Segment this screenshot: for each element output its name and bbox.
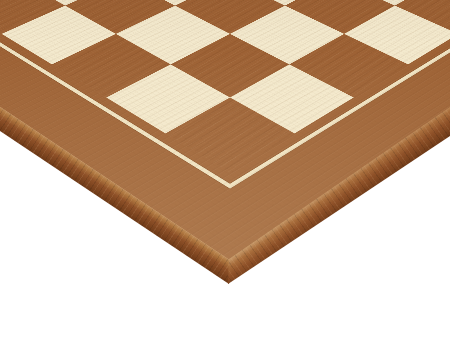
chess-board-top	[0, 0, 450, 263]
board-photo	[0, 0, 450, 360]
